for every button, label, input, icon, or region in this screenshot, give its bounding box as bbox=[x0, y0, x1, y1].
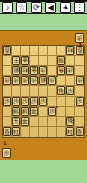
board-cell-3b[interactable]: 飛 bbox=[57, 56, 66, 66]
piece-gote-銀: 銀 bbox=[12, 66, 20, 75]
board-cell-3a[interactable] bbox=[57, 46, 66, 56]
board-cell-2h[interactable]: 飛 bbox=[66, 117, 75, 127]
piece-gote-角: 角 bbox=[57, 66, 65, 75]
board-cell-2g[interactable] bbox=[66, 107, 75, 117]
piece-sente-歩: 歩 bbox=[39, 97, 47, 106]
board-cell-5g[interactable] bbox=[39, 107, 48, 117]
board-cell-1b[interactable] bbox=[75, 56, 84, 66]
board-cell-9c[interactable] bbox=[3, 66, 12, 76]
piece-gote-歩: 歩 bbox=[76, 76, 84, 85]
piece-sente-香: 香 bbox=[3, 127, 11, 136]
piece-gote-歩: 歩 bbox=[39, 66, 47, 75]
piece-sente-歩: 歩 bbox=[48, 107, 56, 116]
hand-piece-sente-歩[interactable]: 歩 bbox=[2, 148, 11, 158]
piece-sente-銀: 銀 bbox=[21, 107, 29, 116]
board-cell-1d[interactable]: 歩 bbox=[75, 76, 84, 86]
piece-sente-歩: 歩 bbox=[3, 97, 11, 106]
board-cell-4b[interactable] bbox=[48, 56, 57, 66]
piece-sente-飛: 飛 bbox=[66, 117, 74, 126]
piece-gote-歩: 歩 bbox=[30, 76, 38, 85]
board-cell-4h[interactable] bbox=[48, 117, 57, 127]
hand-count-sente: 1 bbox=[3, 141, 6, 146]
piece-gote-歩: 歩 bbox=[12, 76, 20, 85]
hand-count-gote: 1 bbox=[79, 43, 82, 48]
board-cell-7b[interactable]: 金 bbox=[21, 56, 30, 66]
board-cell-4g[interactable]: 歩 bbox=[48, 107, 57, 117]
board-cell-9g[interactable] bbox=[3, 107, 12, 117]
piece-gote-歩: 歩 bbox=[21, 76, 29, 85]
board-cell-9h[interactable] bbox=[3, 117, 12, 127]
piece-gote-金: 金 bbox=[30, 66, 38, 75]
board-cell-3e[interactable]: 角 bbox=[57, 86, 66, 96]
board-cell-2d[interactable] bbox=[66, 76, 75, 86]
piece-gote-香: 香 bbox=[3, 46, 11, 55]
piece-sente-角: 角 bbox=[57, 86, 65, 95]
sound-button[interactable]: ♪ bbox=[2, 2, 13, 13]
board-cell-3c[interactable]: 角 bbox=[57, 66, 66, 76]
board-cell-5c[interactable]: 歩 bbox=[39, 66, 48, 76]
board-cell-7d[interactable]: 歩 bbox=[21, 76, 30, 86]
piece-gote-金: 金 bbox=[21, 56, 29, 65]
toolbar: ♪☆⟳◀➤⋮ bbox=[0, 2, 87, 13]
piece-gote-王: 王 bbox=[12, 56, 20, 65]
board-cell-9a[interactable]: 香 bbox=[3, 46, 12, 56]
board-cell-5b[interactable] bbox=[39, 56, 48, 66]
board-cell-7e[interactable] bbox=[21, 86, 30, 96]
piece-sente-桂: 桂 bbox=[66, 127, 74, 136]
piece-sente-桂: 桂 bbox=[12, 127, 20, 136]
board-cell-6h[interactable] bbox=[30, 117, 39, 127]
board-cell-4d[interactable]: 歩 bbox=[48, 76, 57, 86]
board-cell-5i[interactable] bbox=[39, 127, 48, 137]
board-cell-1f[interactable]: 歩 bbox=[75, 97, 84, 107]
board-cell-6d[interactable]: 歩 bbox=[30, 76, 39, 86]
piece-sente-歩: 歩 bbox=[76, 97, 84, 106]
piece-gote-桂: 桂 bbox=[66, 46, 74, 55]
shogi-board: 香桂香王金飛銀桂金歩角歩歩歩歩歩銀歩歩角歩歩歩歩歩歩歩銀銀金歩玉金飛香桂桂香 bbox=[2, 45, 85, 138]
piece-sente-歩: 歩 bbox=[66, 86, 74, 95]
board-cell-6a[interactable] bbox=[30, 46, 39, 56]
board-cell-5h[interactable] bbox=[39, 117, 48, 127]
piece-gote-桂: 桂 bbox=[21, 66, 29, 75]
board-cell-8c[interactable]: 銀 bbox=[12, 66, 21, 76]
rotate-icon: ⟳ bbox=[33, 3, 40, 11]
board-cell-4c[interactable] bbox=[48, 66, 57, 76]
board-cell-6f[interactable]: 歩 bbox=[30, 97, 39, 107]
board-cell-9i[interactable]: 香 bbox=[3, 127, 12, 137]
pointer-button[interactable]: ➤ bbox=[60, 2, 71, 13]
board-cell-1e[interactable] bbox=[75, 86, 84, 96]
piece-sente-銀: 銀 bbox=[12, 107, 20, 116]
board-cell-7g[interactable]: 銀 bbox=[21, 107, 30, 117]
board-cell-9e[interactable] bbox=[3, 86, 12, 96]
board-cell-7f[interactable]: 歩 bbox=[21, 97, 30, 107]
board-cell-6c[interactable]: 金 bbox=[30, 66, 39, 76]
board-cell-2i[interactable]: 桂 bbox=[66, 127, 75, 137]
piece-sente-香: 香 bbox=[76, 127, 84, 136]
board-cell-2a[interactable]: 桂 bbox=[66, 46, 75, 56]
board-cell-9b[interactable] bbox=[3, 56, 12, 66]
board-cell-8e[interactable] bbox=[12, 86, 21, 96]
piece-gote-歩: 歩 bbox=[3, 76, 11, 85]
board-cell-2e[interactable]: 歩 bbox=[66, 86, 75, 96]
overflow-menu-icon: ⋮ bbox=[75, 3, 83, 11]
board-cell-5f[interactable]: 歩 bbox=[39, 97, 48, 107]
board-cell-3f[interactable] bbox=[57, 97, 66, 107]
board-cell-2c[interactable]: 歩 bbox=[66, 66, 75, 76]
board-cell-6e[interactable] bbox=[30, 86, 39, 96]
board-cell-7h[interactable]: 金 bbox=[21, 117, 30, 127]
board-cell-1h[interactable] bbox=[75, 117, 84, 127]
board-cell-2b[interactable] bbox=[66, 56, 75, 66]
cursor-icon: ➤ bbox=[60, 3, 69, 12]
board-cell-6i[interactable] bbox=[30, 127, 39, 137]
board-cell-8g[interactable]: 銀 bbox=[12, 107, 21, 117]
shogi-app-screen: ♪☆⟳◀➤⋮ 香桂香王金飛銀桂金歩角歩歩歩歩歩銀歩歩角歩歩歩歩歩歩歩銀銀金歩玉金… bbox=[0, 0, 87, 183]
board-cell-4a[interactable] bbox=[48, 46, 57, 56]
board-cell-7a[interactable] bbox=[21, 46, 30, 56]
board-cell-1g[interactable] bbox=[75, 107, 84, 117]
board-cell-3d[interactable] bbox=[57, 76, 66, 86]
board-cell-5a[interactable] bbox=[39, 46, 48, 56]
board-cell-6b[interactable] bbox=[30, 56, 39, 66]
piece-gote-歩: 歩 bbox=[48, 76, 56, 85]
board-cell-3h[interactable] bbox=[57, 117, 66, 127]
board-cell-4i[interactable] bbox=[48, 127, 57, 137]
board-cell-4f[interactable] bbox=[48, 97, 57, 107]
piece-sente-歩: 歩 bbox=[12, 97, 20, 106]
piece-gote-銀: 銀 bbox=[39, 76, 47, 85]
board-cell-9f[interactable]: 歩 bbox=[3, 97, 12, 107]
piece-sente-玉: 玉 bbox=[12, 117, 20, 126]
board-cell-6g[interactable]: 金 bbox=[30, 107, 39, 117]
board-cell-3g[interactable] bbox=[57, 107, 66, 117]
toolbar-divider bbox=[0, 13, 87, 14]
piece-gote-歩: 歩 bbox=[66, 66, 74, 75]
board-cell-8a[interactable] bbox=[12, 46, 21, 56]
board-cell-8f[interactable]: 歩 bbox=[12, 97, 21, 107]
board-cell-5e[interactable] bbox=[39, 86, 48, 96]
board-cell-8i[interactable]: 桂 bbox=[12, 127, 21, 137]
board-cell-8d[interactable]: 歩 bbox=[12, 76, 21, 86]
board-table: 香桂香王金飛銀桂金歩角歩歩歩歩歩銀歩歩角歩歩歩歩歩歩歩銀銀金歩玉金飛香桂桂香 歩… bbox=[0, 30, 87, 160]
board-cell-1i[interactable]: 香 bbox=[75, 127, 84, 137]
board-cell-7c[interactable]: 桂 bbox=[21, 66, 30, 76]
music-note-icon: ♪ bbox=[6, 3, 10, 11]
board-cell-4e[interactable] bbox=[48, 86, 57, 96]
piece-sente-金: 金 bbox=[21, 117, 29, 126]
board-cell-2f[interactable] bbox=[66, 97, 75, 107]
board-cell-9d[interactable]: 歩 bbox=[3, 76, 12, 86]
piece-gote-飛: 飛 bbox=[57, 56, 65, 65]
board-cell-8h[interactable]: 玉 bbox=[12, 117, 21, 127]
piece-sente-歩: 歩 bbox=[21, 97, 29, 106]
board-cell-7i[interactable] bbox=[21, 127, 30, 137]
menu-button[interactable]: ⋮ bbox=[74, 2, 85, 13]
board-cell-5d[interactable]: 銀 bbox=[39, 76, 48, 86]
back-triangle-icon: ◀ bbox=[48, 3, 54, 11]
board-cell-3i[interactable] bbox=[57, 127, 66, 137]
star-icon: ☆ bbox=[18, 3, 25, 11]
board-cell-1c[interactable] bbox=[75, 66, 84, 76]
piece-sente-歩: 歩 bbox=[30, 97, 38, 106]
piece-sente-金: 金 bbox=[30, 107, 38, 116]
favorite-button[interactable]: ☆ bbox=[16, 2, 27, 13]
back-button[interactable]: ◀ bbox=[45, 2, 56, 13]
board-cell-8b[interactable]: 王 bbox=[12, 56, 21, 66]
rotate-button[interactable]: ⟳ bbox=[31, 2, 42, 13]
